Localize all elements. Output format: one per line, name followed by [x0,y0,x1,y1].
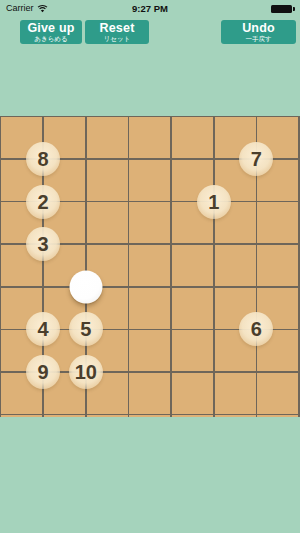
move-marker-10: 10 [69,355,103,389]
move-marker-5: 5 [69,312,103,346]
undo-label: Undo [242,22,275,35]
reset-button[interactable]: Reset リセット [85,20,149,44]
move-number: 1 [208,192,219,212]
grid-line-horizontal [0,286,300,288]
move-number: 9 [38,362,49,382]
move-number: 6 [251,319,262,339]
grid-line-horizontal [0,414,300,416]
move-number: 3 [38,234,49,254]
battery-icon [271,5,292,13]
undo-button[interactable]: Undo 一手戻す [221,20,296,44]
app-screen: Carrier 9:27 PM Give up あきらめる Reset リセット… [0,0,300,533]
go-board[interactable]: 12345678910 [0,116,300,417]
move-number: 10 [75,362,97,382]
status-time: 9:27 PM [0,3,300,14]
give-up-button[interactable]: Give up あきらめる [20,20,82,44]
reset-label: Reset [99,22,134,35]
move-marker-9: 9 [26,355,60,389]
status-bar: Carrier 9:27 PM [0,0,300,19]
move-number: 8 [38,149,49,169]
move-marker-8: 8 [26,142,60,176]
undo-sublabel: 一手戻す [245,35,271,43]
move-number: 5 [80,319,91,339]
white-stone [69,270,102,303]
move-number: 2 [38,192,49,212]
reset-sublabel: リセット [104,35,131,43]
move-number: 7 [251,149,262,169]
give-up-sublabel: あきらめる [34,35,67,43]
move-marker-3: 3 [26,227,60,261]
grid-line-horizontal [0,116,300,117]
move-marker-1: 1 [197,185,231,219]
move-number: 4 [38,319,49,339]
move-marker-6: 6 [239,312,273,346]
move-marker-7: 7 [239,142,273,176]
move-marker-4: 4 [26,312,60,346]
move-marker-2: 2 [26,185,60,219]
give-up-label: Give up [27,22,74,35]
